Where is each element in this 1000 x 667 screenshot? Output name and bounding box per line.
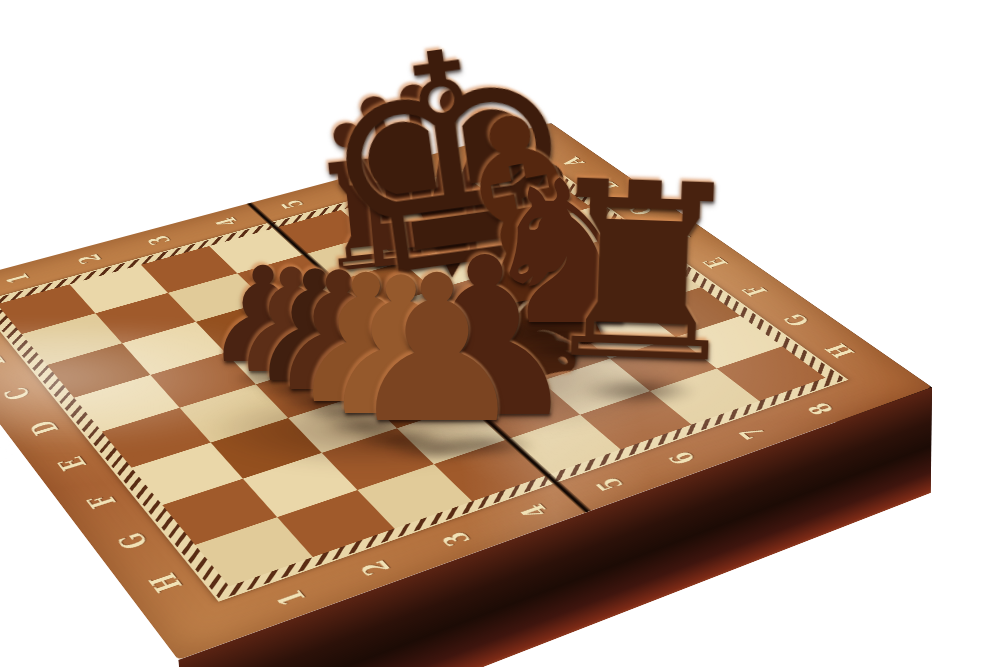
- square-h5: [508, 414, 621, 474]
- square-f5: [434, 349, 541, 404]
- square-e3: [256, 362, 363, 418]
- square-f2: [211, 418, 322, 479]
- file-label-d: D: [9, 404, 78, 452]
- square-e4: [329, 340, 434, 394]
- square-g2: [243, 453, 357, 517]
- chess-set-photo: ABCDEFGH ABCDEFGH 87654321 87654321 ♟♟♟♟…: [0, 0, 1000, 667]
- folding-chess-box: ABCDEFGH ABCDEFGH 87654321 87654321: [0, 123, 932, 660]
- square-e1: [102, 408, 211, 468]
- square-d2: [151, 352, 256, 407]
- square-h7: [650, 368, 760, 425]
- square-g5: [471, 381, 581, 439]
- file-label-f: F: [65, 475, 139, 528]
- square-h6: [580, 391, 691, 449]
- square-h8: [717, 346, 826, 401]
- file-label-b: B: [0, 339, 24, 382]
- board-3d-scene: ABCDEFGH ABCDEFGH 87654321 87654321: [0, 0, 1000, 667]
- square-g4: [397, 404, 508, 464]
- square-c1: [47, 343, 151, 397]
- square-f4: [362, 371, 470, 428]
- square-f3: [288, 394, 397, 453]
- square-h3: [357, 464, 472, 529]
- square-g7: [610, 337, 717, 391]
- file-label-c: C: [0, 371, 51, 416]
- file-label-e: E: [36, 439, 108, 489]
- square-h4: [434, 439, 548, 502]
- square-f1: [131, 442, 243, 505]
- file-label-g: G: [95, 513, 171, 568]
- square-h1: [195, 517, 313, 587]
- square-g6: [541, 359, 649, 415]
- square-g1: [162, 479, 277, 545]
- square-d1: [74, 375, 180, 432]
- file-label-h: H: [801, 329, 878, 372]
- file-label-h: H: [126, 554, 205, 613]
- file-labels-near-edge: ABCDEFGH: [0, 309, 205, 612]
- square-e2: [180, 384, 288, 442]
- square-h2: [278, 490, 395, 557]
- square-g3: [322, 428, 434, 490]
